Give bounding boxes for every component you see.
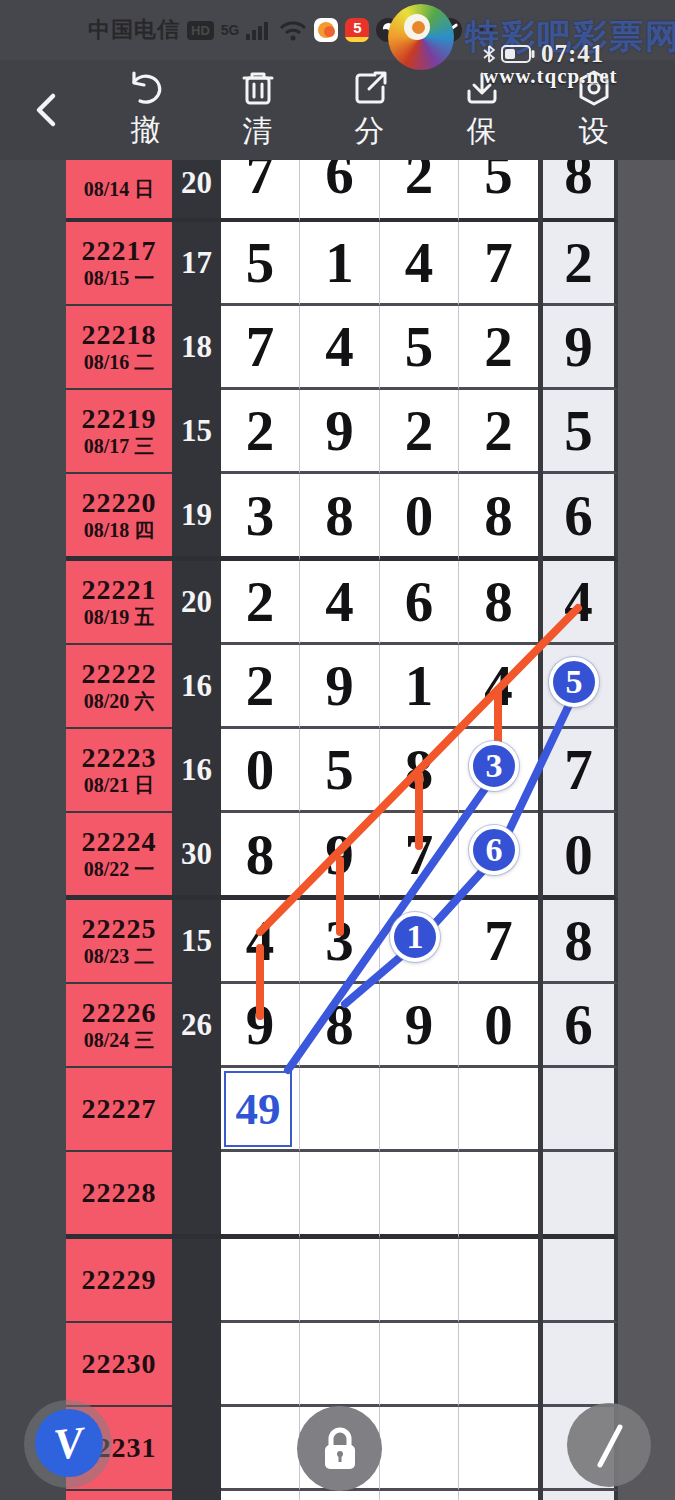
draw-date: 08/18 四 (84, 518, 155, 542)
digit-cell[interactable]: 8 (300, 474, 380, 561)
digit-cell[interactable]: 1 (300, 222, 380, 306)
right-margin (618, 160, 675, 1500)
table-row-22221: 2222108/19 五2024684 (66, 561, 618, 645)
table-row-22226: 2222608/24 三2698906 (66, 984, 618, 1068)
clear-label: 清 (243, 111, 274, 152)
draw-date: 08/22 一 (84, 857, 155, 881)
circled-number[interactable]: 5 (549, 657, 599, 707)
digit-cell[interactable]: 2 (221, 645, 300, 729)
trash-icon (239, 69, 277, 107)
period-number: 22225 (82, 914, 157, 944)
table-row-22228: 22228 (66, 1152, 618, 1239)
pen-button[interactable] (567, 1403, 651, 1487)
miss-count-cell: 16 (172, 729, 221, 813)
period-cell[interactable]: 22228 (66, 1152, 172, 1239)
draw-date: 08/24 三 (84, 1028, 155, 1052)
share-label: 分 (355, 111, 386, 152)
digit-cell[interactable]: 8 (459, 474, 538, 561)
digit-cell[interactable] (380, 1152, 459, 1239)
table-row-sliver (66, 1491, 618, 1500)
period-number: 22222 (82, 659, 157, 689)
app-icon-orange (314, 18, 338, 42)
period-number: 22224 (82, 827, 157, 857)
undo-label: 撤 (131, 110, 162, 151)
period-number: 22226 (82, 998, 157, 1028)
digit-cell[interactable]: 9 (300, 645, 380, 729)
table-row-22225: 2222508/23 二154378 (66, 900, 618, 984)
digit-cell[interactable] (543, 1323, 618, 1407)
period-cell[interactable]: 2222508/23 二 (66, 900, 172, 984)
digit-cell[interactable]: 2 (221, 390, 300, 474)
period-cell[interactable]: 2222308/21 日 (66, 729, 172, 813)
period-number: 22230 (82, 1349, 157, 1379)
signal-bars-icon (246, 19, 272, 41)
digit-cell[interactable]: 4 (459, 645, 538, 729)
table-row-22227: 22227 (66, 1068, 618, 1152)
period-cell[interactable]: 22229 (66, 1239, 172, 1323)
period-number: 22229 (82, 1265, 157, 1295)
undo-icon (126, 70, 166, 106)
digit-cell[interactable] (459, 1407, 538, 1491)
digit-cell[interactable]: 0 (221, 729, 300, 813)
digit-cell[interactable] (543, 1068, 618, 1152)
bluetooth-icon (483, 45, 495, 63)
digit-cell[interactable] (459, 1491, 538, 1500)
digit-cell[interactable]: 8 (543, 900, 618, 984)
wifi-icon (279, 19, 307, 41)
app-icon-red-5: 5 (345, 18, 369, 42)
digit-cell[interactable]: 7 (459, 900, 538, 984)
period-number: 22227 (82, 1094, 157, 1124)
draw-date: 08/14 日 (84, 177, 155, 201)
period-cell[interactable]: 08/14 日 (66, 160, 172, 222)
battery-icon (501, 45, 535, 63)
digit-cell[interactable]: 8 (543, 160, 618, 222)
period-cell[interactable]: 22227 (66, 1068, 172, 1152)
digit-cell[interactable]: 9 (221, 984, 300, 1068)
digit-cell[interactable]: 4 (300, 306, 380, 390)
settings-save-label: 保 (467, 111, 498, 152)
digit-cell[interactable]: 8 (459, 561, 538, 645)
digit-cell[interactable]: 0 (380, 474, 459, 561)
digit-cell[interactable]: 6 (380, 561, 459, 645)
digit-cell[interactable]: 4 (380, 222, 459, 306)
digit-cell[interactable]: 2 (543, 222, 618, 306)
tqcp-swirl-logo (388, 4, 454, 70)
digit-cell[interactable] (300, 1323, 380, 1407)
digit-cell[interactable] (543, 1491, 618, 1500)
status-bar: 中国电信 HD 5G 5 支 ··· 特彩吧彩票网 (0, 0, 675, 60)
digit-cell[interactable] (459, 1239, 538, 1323)
draw-date: 08/16 二 (84, 350, 155, 374)
draw-date: 08/19 五 (84, 605, 155, 629)
digit-cell[interactable] (300, 1491, 380, 1500)
digit-cell[interactable]: 7 (380, 813, 459, 900)
digit-cell[interactable] (380, 1491, 459, 1500)
digit-cell[interactable]: 0 (543, 813, 618, 900)
app-logo-button[interactable]: V (35, 1409, 103, 1477)
miss-count-cell: 15 (172, 390, 221, 474)
draw-date: 08/21 日 (84, 773, 155, 797)
digit-cell[interactable] (221, 1152, 300, 1239)
digit-cell[interactable]: 3 (221, 474, 300, 561)
digit-cell[interactable]: 5 (300, 729, 380, 813)
digit-cell[interactable]: 3 (300, 900, 380, 984)
period-cell[interactable]: 22230 (66, 1323, 172, 1407)
table-row-22229: 22229 (66, 1239, 618, 1323)
period-cell[interactable]: 2221808/16 二 (66, 306, 172, 390)
miss-count-cell: 20 (172, 160, 221, 222)
digit-cell[interactable] (221, 1407, 300, 1491)
digit-cell[interactable]: 0 (459, 984, 538, 1068)
digit-cell[interactable]: 4 (543, 561, 618, 645)
period-cell[interactable]: 2221908/17 三 (66, 390, 172, 474)
pencil-icon (584, 1415, 634, 1475)
table-row-08/14 日: 08/14 日2076258 (66, 160, 618, 222)
share-icon (351, 69, 389, 107)
digit-cell[interactable]: 9 (300, 390, 380, 474)
digit-cell[interactable]: 4 (300, 561, 380, 645)
miss-count-cell: 19 (172, 474, 221, 561)
digit-cell[interactable]: 7 (221, 306, 300, 390)
digit-cell[interactable]: 2 (459, 306, 538, 390)
period-cell[interactable]: 2222208/20 六 (66, 645, 172, 729)
digit-cell[interactable] (380, 1407, 459, 1491)
digit-cell[interactable]: 1 (380, 645, 459, 729)
miss-count-cell (172, 1491, 221, 1500)
table-row-22217: 2221708/15 一1751472 (66, 222, 618, 306)
miss-count-cell: 15 (172, 900, 221, 984)
share-button[interactable]: 分 (314, 69, 426, 152)
digit-cell[interactable] (300, 1239, 380, 1323)
network-5g-label: 5G (221, 22, 240, 38)
miss-count-cell (172, 1239, 221, 1323)
digit-cell[interactable] (380, 1239, 459, 1323)
digit-cell[interactable] (221, 1239, 300, 1323)
digit-cell[interactable]: 5 (459, 160, 538, 222)
undo-button[interactable]: 撤 (90, 70, 202, 151)
digit-cell[interactable]: 8 (300, 984, 380, 1068)
miss-count-cell: 18 (172, 306, 221, 390)
digit-cell[interactable] (459, 1152, 538, 1239)
table-row-22222: 2222208/20 六162914 (66, 645, 618, 729)
digit-cell[interactable]: 8 (221, 813, 300, 900)
digit-cell[interactable] (300, 1152, 380, 1239)
period-number: 22218 (82, 320, 157, 350)
miss-count-cell: 20 (172, 561, 221, 645)
hd-badge: HD (187, 21, 214, 40)
back-button[interactable] (0, 90, 90, 130)
digit-cell[interactable]: 9 (300, 813, 380, 900)
digit-cell[interactable]: 4 (221, 900, 300, 984)
digit-cell[interactable] (459, 1068, 538, 1152)
digit-cell[interactable]: 5 (221, 222, 300, 306)
digit-cell[interactable]: 7 (543, 729, 618, 813)
period-number: 22228 (82, 1178, 157, 1208)
digit-cell[interactable]: 2 (380, 160, 459, 222)
period-number: 22223 (82, 743, 157, 773)
digit-cell[interactable] (221, 1491, 300, 1500)
miss-count-cell (172, 1152, 221, 1239)
digit-cell[interactable] (543, 1239, 618, 1323)
lock-button[interactable] (297, 1406, 382, 1491)
miss-count-cell (172, 1068, 221, 1152)
period-number: 22220 (82, 488, 157, 518)
period-cell[interactable]: 2222608/24 三 (66, 984, 172, 1068)
digit-cell[interactable]: 9 (543, 306, 618, 390)
digit-cell[interactable]: 5 (543, 390, 618, 474)
period-cell[interactable]: 2221708/15 一 (66, 222, 172, 306)
period-number: 22219 (82, 404, 157, 434)
table-row-22230: 22230 (66, 1323, 618, 1407)
logo-letter: V (52, 1416, 87, 1470)
table-row-22224: 2222408/22 一308970 (66, 813, 618, 900)
settings-label: 设 (579, 111, 610, 152)
digit-cell[interactable]: 6 (543, 984, 618, 1068)
app-screen: 中国电信 HD 5G 5 支 ··· 特彩吧彩票网 (0, 0, 675, 1500)
carrier-label: 中国电信 (88, 15, 180, 45)
miss-count-cell: 30 (172, 813, 221, 900)
digit-cell[interactable]: 9 (380, 984, 459, 1068)
period-cell[interactable]: 2222008/18 四 (66, 474, 172, 561)
prediction-box[interactable]: 49 (224, 1071, 292, 1147)
circled-number[interactable]: 3 (469, 741, 519, 791)
digit-cell[interactable]: 6 (543, 474, 618, 561)
period-number: 22221 (82, 575, 157, 605)
circled-number[interactable]: 1 (390, 912, 440, 962)
status-right-group: 特彩吧彩票网 07:41 www.tqcp.net (425, 0, 675, 60)
digit-cell[interactable] (221, 1323, 300, 1407)
draw-date: 08/23 二 (84, 944, 155, 968)
digit-cell[interactable] (380, 1323, 459, 1407)
miss-count-cell: 26 (172, 984, 221, 1068)
miss-count-cell: 16 (172, 645, 221, 729)
draw-date: 08/15 一 (84, 266, 155, 290)
digit-cell[interactable]: 2 (380, 390, 459, 474)
draw-date: 08/20 六 (84, 689, 155, 713)
digit-cell[interactable]: 2 (459, 390, 538, 474)
table-row-22219: 2221908/17 三1529225 (66, 390, 618, 474)
digit-cell[interactable] (380, 1068, 459, 1152)
trend-table[interactable]: 08/14 日20762582221708/15 一17514722221808… (66, 160, 618, 1500)
digit-cell[interactable]: 8 (380, 729, 459, 813)
lock-icon (319, 1426, 361, 1472)
miss-count-cell (172, 1407, 221, 1491)
period-cell[interactable]: 2222408/22 一 (66, 813, 172, 900)
digit-cell[interactable] (543, 1152, 618, 1239)
miss-count-cell (172, 1323, 221, 1407)
digit-cell[interactable]: 2 (221, 561, 300, 645)
digit-cell[interactable]: 5 (380, 306, 459, 390)
digit-cell[interactable]: 6 (300, 160, 380, 222)
table-row-22218: 2221808/16 二1874529 (66, 306, 618, 390)
digit-cell[interactable] (300, 1068, 380, 1152)
draw-date: 08/17 三 (84, 434, 155, 458)
watermark-url: www.tqcp.net (483, 64, 618, 89)
period-number: 22217 (82, 236, 157, 266)
clear-button[interactable]: 清 (202, 69, 314, 152)
period-cell[interactable] (66, 1491, 172, 1500)
digit-cell[interactable]: 7 (221, 160, 300, 222)
table-row-22223: 2222308/21 日160587 (66, 729, 618, 813)
table-row-22220: 2222008/18 四1938086 (66, 474, 618, 561)
digit-cell[interactable] (459, 1323, 538, 1407)
period-cell[interactable]: 2222108/19 五 (66, 561, 172, 645)
circled-number[interactable]: 6 (469, 825, 519, 875)
miss-count-cell: 17 (172, 222, 221, 306)
digit-cell[interactable]: 7 (459, 222, 538, 306)
